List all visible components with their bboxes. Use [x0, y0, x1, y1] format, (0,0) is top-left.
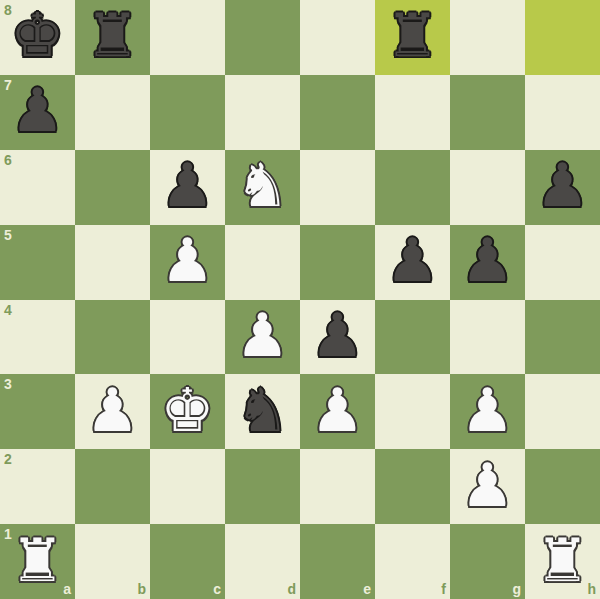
file-label-g: g: [512, 582, 521, 596]
square-a7[interactable]: 7♟: [0, 75, 75, 150]
square-c5[interactable]: ♟: [150, 225, 225, 300]
square-b3[interactable]: ♟: [75, 374, 150, 449]
black-rook[interactable]: ♜: [86, 5, 140, 65]
rank-label-6: 6: [4, 153, 12, 167]
square-g8[interactable]: [450, 0, 525, 75]
black-king[interactable]: ♚: [11, 5, 65, 65]
square-a2[interactable]: 2: [0, 449, 75, 524]
file-label-e: e: [363, 582, 371, 596]
square-f2[interactable]: [375, 449, 450, 524]
square-d1[interactable]: d: [225, 524, 300, 599]
black-knight[interactable]: ♞: [236, 380, 290, 440]
square-f5[interactable]: ♟: [375, 225, 450, 300]
square-a3[interactable]: 3: [0, 374, 75, 449]
square-g4[interactable]: [450, 300, 525, 375]
square-c3[interactable]: ♚: [150, 374, 225, 449]
square-g3[interactable]: ♟: [450, 374, 525, 449]
square-c4[interactable]: [150, 300, 225, 375]
square-b7[interactable]: [75, 75, 150, 150]
white-king[interactable]: ♚: [161, 380, 215, 440]
square-f1[interactable]: f: [375, 524, 450, 599]
square-h8[interactable]: [525, 0, 600, 75]
square-f6[interactable]: [375, 150, 450, 225]
black-pawn[interactable]: ♟: [461, 230, 515, 290]
square-h3[interactable]: [525, 374, 600, 449]
square-e7[interactable]: [300, 75, 375, 150]
file-label-b: b: [137, 582, 146, 596]
square-b8[interactable]: ♜: [75, 0, 150, 75]
square-g6[interactable]: [450, 150, 525, 225]
black-pawn[interactable]: ♟: [11, 80, 65, 140]
white-pawn[interactable]: ♟: [461, 455, 515, 515]
white-rook[interactable]: ♜: [536, 530, 590, 590]
square-c6[interactable]: ♟: [150, 150, 225, 225]
square-h4[interactable]: [525, 300, 600, 375]
square-b2[interactable]: [75, 449, 150, 524]
square-a1[interactable]: 1a♜: [0, 524, 75, 599]
square-e4[interactable]: ♟: [300, 300, 375, 375]
square-c2[interactable]: [150, 449, 225, 524]
file-label-c: c: [213, 582, 221, 596]
square-c8[interactable]: [150, 0, 225, 75]
rank-label-4: 4: [4, 303, 12, 317]
square-h5[interactable]: [525, 225, 600, 300]
white-pawn[interactable]: ♟: [311, 380, 365, 440]
square-h2[interactable]: [525, 449, 600, 524]
square-d5[interactable]: [225, 225, 300, 300]
square-b1[interactable]: b: [75, 524, 150, 599]
square-f3[interactable]: [375, 374, 450, 449]
rank-label-5: 5: [4, 228, 12, 242]
rank-label-3: 3: [4, 377, 12, 391]
square-a6[interactable]: 6: [0, 150, 75, 225]
file-label-d: d: [287, 582, 296, 596]
square-b4[interactable]: [75, 300, 150, 375]
black-pawn[interactable]: ♟: [386, 230, 440, 290]
white-rook[interactable]: ♜: [11, 530, 65, 590]
square-e2[interactable]: [300, 449, 375, 524]
square-h7[interactable]: [525, 75, 600, 150]
square-a4[interactable]: 4: [0, 300, 75, 375]
white-pawn[interactable]: ♟: [161, 230, 215, 290]
square-d4[interactable]: ♟: [225, 300, 300, 375]
black-pawn[interactable]: ♟: [311, 305, 365, 365]
square-d2[interactable]: [225, 449, 300, 524]
square-a5[interactable]: 5: [0, 225, 75, 300]
square-g5[interactable]: ♟: [450, 225, 525, 300]
square-c1[interactable]: c: [150, 524, 225, 599]
square-d8[interactable]: [225, 0, 300, 75]
square-e8[interactable]: [300, 0, 375, 75]
square-h1[interactable]: h♜: [525, 524, 600, 599]
white-pawn[interactable]: ♟: [236, 305, 290, 365]
black-pawn[interactable]: ♟: [536, 155, 590, 215]
square-g7[interactable]: [450, 75, 525, 150]
white-pawn[interactable]: ♟: [461, 380, 515, 440]
black-pawn[interactable]: ♟: [161, 155, 215, 215]
white-pawn[interactable]: ♟: [86, 380, 140, 440]
rank-label-2: 2: [4, 452, 12, 466]
square-a8[interactable]: 8♚: [0, 0, 75, 75]
square-h6[interactable]: ♟: [525, 150, 600, 225]
black-rook[interactable]: ♜: [386, 5, 440, 65]
square-f8[interactable]: ♜: [375, 0, 450, 75]
square-d7[interactable]: [225, 75, 300, 150]
square-d3[interactable]: ♞: [225, 374, 300, 449]
square-b6[interactable]: [75, 150, 150, 225]
square-d6[interactable]: ♞: [225, 150, 300, 225]
square-e5[interactable]: [300, 225, 375, 300]
square-f4[interactable]: [375, 300, 450, 375]
white-knight[interactable]: ♞: [236, 155, 290, 215]
square-g1[interactable]: g: [450, 524, 525, 599]
square-b5[interactable]: [75, 225, 150, 300]
square-g2[interactable]: ♟: [450, 449, 525, 524]
square-e3[interactable]: ♟: [300, 374, 375, 449]
file-label-f: f: [441, 582, 446, 596]
square-e6[interactable]: [300, 150, 375, 225]
square-c7[interactable]: [150, 75, 225, 150]
square-e1[interactable]: e: [300, 524, 375, 599]
chess-board[interactable]: 8♚♜♜7♟6♟♞♟5♟♟♟4♟♟3♟♚♞♟♟2♟1a♜bcdefgh♜: [0, 0, 600, 599]
square-f7[interactable]: [375, 75, 450, 150]
